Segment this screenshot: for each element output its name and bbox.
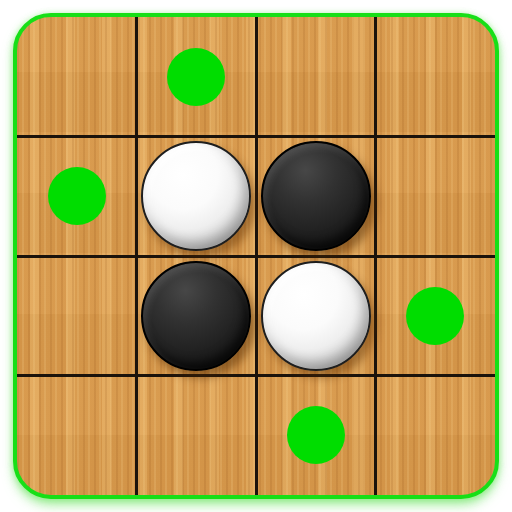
black-disc [141,261,251,371]
cell-r2c3[interactable] [376,256,496,376]
grid-line [17,135,495,138]
cell-r1c3[interactable] [376,137,496,257]
cell-r0c1[interactable] [137,17,257,137]
legal-move-hint[interactable] [406,287,464,345]
legal-move-hint[interactable] [48,167,106,225]
cell-r1c1[interactable] [137,137,257,257]
cell-r1c0[interactable] [17,137,137,257]
cell-r0c2[interactable] [256,17,376,137]
legal-move-hint[interactable] [287,406,345,464]
grid-line [17,255,495,258]
white-disc [141,141,251,251]
app-background: { "game": "othello-reversi", "app": { "t… [0,0,512,512]
grid-line [17,374,495,377]
cell-r0c3[interactable] [376,17,496,137]
cell-r1c2[interactable] [256,137,376,257]
cell-r3c0[interactable] [17,376,137,496]
othello-board [13,13,499,499]
cell-r3c1[interactable] [137,376,257,496]
cell-r3c2[interactable] [256,376,376,496]
black-disc [261,141,371,251]
cell-r2c0[interactable] [17,256,137,376]
cell-r2c1[interactable] [137,256,257,376]
white-disc [261,261,371,371]
cell-r0c0[interactable] [17,17,137,137]
cell-r2c2[interactable] [256,256,376,376]
legal-move-hint[interactable] [167,48,225,106]
cell-r3c3[interactable] [376,376,496,496]
